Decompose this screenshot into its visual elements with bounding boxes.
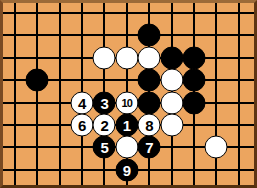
white-stone xyxy=(115,136,138,159)
black-stone xyxy=(138,69,161,92)
white-stone-move-6: 6 xyxy=(70,114,93,137)
grid-line-vertical xyxy=(238,3,240,185)
white-stone xyxy=(160,114,183,137)
grid-line-vertical xyxy=(36,3,38,185)
white-stone-move-2: 2 xyxy=(93,114,116,137)
black-stone-move-5: 5 xyxy=(93,136,116,159)
move-number: 4 xyxy=(78,95,86,110)
white-stone xyxy=(160,91,183,114)
black-stone-move-7: 7 xyxy=(138,136,161,159)
move-number: 7 xyxy=(145,140,153,155)
go-board-diagram: 43106218579 xyxy=(0,0,257,188)
white-stone xyxy=(205,136,228,159)
go-board-grid: 43106218579 xyxy=(3,3,254,185)
move-number: 1 xyxy=(123,118,131,133)
black-stone xyxy=(182,46,205,69)
white-stone xyxy=(138,46,161,69)
grid-line-vertical xyxy=(59,3,61,185)
black-stone-move-1: 1 xyxy=(115,114,138,137)
grid-line-vertical xyxy=(14,3,16,185)
black-stone-move-3: 3 xyxy=(93,91,116,114)
black-stone xyxy=(138,24,161,47)
white-stone-move-4: 4 xyxy=(70,91,93,114)
move-number: 3 xyxy=(100,95,108,110)
move-number: 9 xyxy=(123,162,131,177)
move-number: 6 xyxy=(78,118,86,133)
grid-line-horizontal xyxy=(3,12,254,14)
black-stone-move-9: 9 xyxy=(115,158,138,181)
black-stone xyxy=(182,69,205,92)
move-number: 10 xyxy=(122,97,132,108)
white-stone xyxy=(115,46,138,69)
move-number: 8 xyxy=(145,118,153,133)
move-number: 2 xyxy=(100,118,108,133)
grid-line-horizontal xyxy=(3,34,254,36)
black-stone xyxy=(26,69,49,92)
black-stone xyxy=(138,91,161,114)
white-stone xyxy=(160,69,183,92)
white-stone-move-10: 10 xyxy=(115,91,138,114)
black-stone xyxy=(160,46,183,69)
black-stone xyxy=(182,91,205,114)
white-stone xyxy=(93,46,116,69)
move-number: 5 xyxy=(100,140,108,155)
white-stone-move-8: 8 xyxy=(138,114,161,137)
